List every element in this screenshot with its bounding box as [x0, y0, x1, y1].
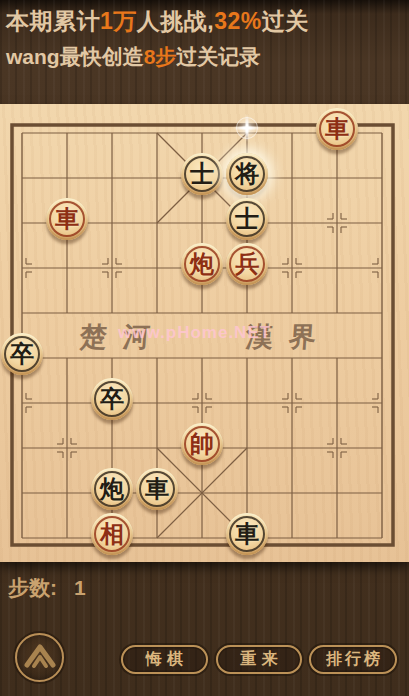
- piece-red-general[interactable]: 帥: [181, 423, 223, 465]
- piece-red-elephant[interactable]: 相: [91, 513, 133, 555]
- piece-black-advisor[interactable]: 士: [181, 153, 223, 195]
- watermark-text: www.pHome.NET: [118, 323, 271, 343]
- record-text: wang最快创造8步过关记录: [6, 43, 260, 71]
- piece-glyph: 卒: [100, 387, 124, 411]
- record-steps: 8步: [144, 45, 177, 68]
- piece-glyph: 車: [325, 117, 349, 141]
- stats-mid: 人挑战,: [137, 8, 214, 34]
- piece-black-advisor[interactable]: 士: [226, 198, 268, 240]
- last-move-sparkle-icon: [233, 114, 261, 142]
- stats-prefix: 本期累计: [6, 8, 100, 34]
- piece-glyph: 帥: [190, 432, 214, 456]
- restart-button[interactable]: 重来: [216, 645, 302, 674]
- piece-glyph: 兵: [235, 252, 259, 276]
- piece-glyph: 車: [55, 207, 79, 231]
- piece-black-cannon[interactable]: 炮: [91, 468, 133, 510]
- move-counter-label: 步数:: [8, 576, 57, 599]
- record-suffix: 过关记录: [176, 45, 260, 68]
- move-counter: 步数:1: [8, 574, 86, 602]
- undo-button[interactable]: 悔棋: [121, 645, 208, 674]
- piece-glyph: 炮: [190, 252, 214, 276]
- stats-players-count: 1万: [100, 8, 137, 34]
- piece-glyph: 士: [190, 162, 214, 186]
- move-counter-value: 1: [74, 576, 86, 599]
- piece-red-chariot[interactable]: 車: [316, 108, 358, 150]
- chevron-up-icon: [20, 638, 60, 678]
- leaderboard-button[interactable]: 排行榜: [309, 645, 397, 674]
- piece-glyph: 将: [235, 162, 259, 186]
- challenge-stats-text: 本期累计1万人挑战,32%过关: [6, 6, 309, 37]
- piece-black-soldier[interactable]: 卒: [1, 333, 43, 375]
- piece-glyph: 炮: [100, 477, 124, 501]
- expand-button[interactable]: [15, 633, 64, 682]
- record-prefix: wang最快创造: [6, 45, 144, 68]
- piece-glyph: 車: [235, 522, 259, 546]
- piece-glyph: 卒: [10, 342, 34, 366]
- piece-red-soldier[interactable]: 兵: [226, 243, 268, 285]
- piece-red-chariot[interactable]: 車: [46, 198, 88, 240]
- piece-black-chariot[interactable]: 車: [136, 468, 178, 510]
- piece-glyph: 車: [145, 477, 169, 501]
- piece-glyph: 士: [235, 207, 259, 231]
- stats-pass-rate: 32%: [214, 8, 262, 34]
- piece-black-soldier[interactable]: 卒: [91, 378, 133, 420]
- piece-black-general[interactable]: 将: [226, 153, 268, 195]
- piece-black-chariot[interactable]: 車: [226, 513, 268, 555]
- piece-glyph: 相: [100, 522, 124, 546]
- stats-suffix: 过关: [262, 8, 309, 34]
- app-screen: 本期累计1万人挑战,32%过关 wang最快创造8步过关记录 楚河 漢界 www…: [0, 0, 409, 696]
- xiangqi-board[interactable]: 楚河 漢界 www.pHome.NET 車士将車士炮兵卒卒帥炮車相車: [0, 104, 409, 562]
- sparkle-ring: [236, 117, 258, 139]
- piece-red-cannon[interactable]: 炮: [181, 243, 223, 285]
